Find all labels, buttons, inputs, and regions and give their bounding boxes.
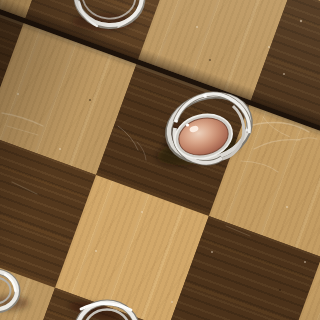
chessboard bbox=[0, 0, 320, 320]
photo-of-chessboard-with-rings bbox=[0, 0, 320, 320]
